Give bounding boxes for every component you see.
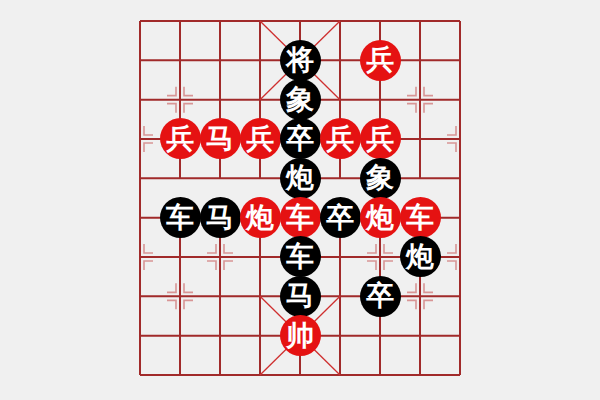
piece-red-horse[interactable]: 马 [200,118,241,159]
piece-black-pawn[interactable]: 卒 [320,197,361,238]
piece-black-chariot[interactable]: 车 [280,236,321,277]
piece-red-pawn[interactable]: 兵 [360,40,401,81]
piece-black-general[interactable]: 将 [280,40,321,81]
piece-black-elephant[interactable]: 象 [280,79,321,120]
piece-black-elephant[interactable]: 象 [360,158,401,199]
piece-red-pawn[interactable]: 兵 [160,118,201,159]
piece-black-chariot[interactable]: 车 [160,197,201,238]
piece-black-pawn[interactable]: 卒 [360,276,401,317]
piece-red-general[interactable]: 帅 [280,315,321,356]
piece-red-pawn[interactable]: 兵 [240,118,281,159]
piece-black-cannon[interactable]: 炮 [400,236,441,277]
xiangqi-board[interactable]: 将兵象兵马兵卒兵兵炮象车马炮车卒炮车车炮马卒帅 [0,0,600,400]
piece-red-cannon[interactable]: 炮 [360,197,401,238]
piece-black-horse[interactable]: 马 [200,197,241,238]
piece-black-pawn[interactable]: 卒 [280,118,321,159]
piece-black-horse[interactable]: 马 [280,276,321,317]
piece-red-pawn[interactable]: 兵 [320,118,361,159]
piece-red-cannon[interactable]: 炮 [240,197,281,238]
xiangqi-diagram: 将兵象兵马兵卒兵兵炮象车马炮车卒炮车车炮马卒帅 [0,0,600,400]
piece-red-pawn[interactable]: 兵 [360,118,401,159]
piece-black-cannon[interactable]: 炮 [280,158,321,199]
piece-red-chariot[interactable]: 车 [280,197,321,238]
piece-red-chariot[interactable]: 车 [400,197,441,238]
